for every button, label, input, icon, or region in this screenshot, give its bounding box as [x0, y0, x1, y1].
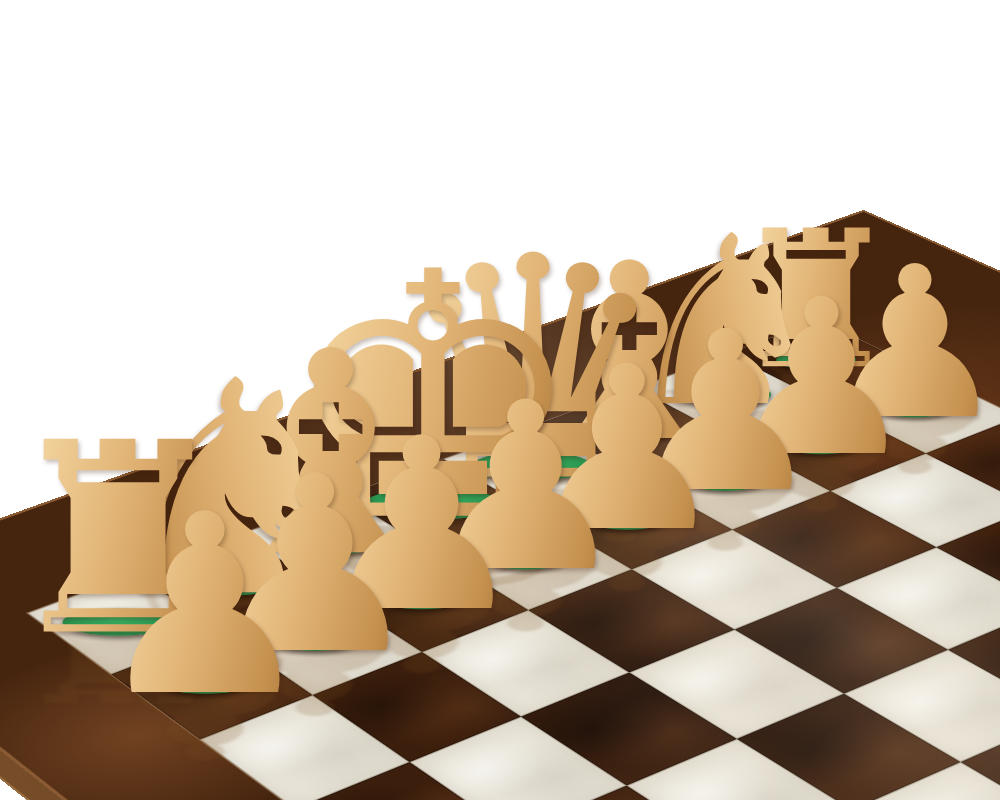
- board-squares-grid: [28, 320, 1000, 800]
- chess-board: [0, 210, 1000, 800]
- chess-set-photo: ♟♟♟♟♟♟♟♟♟♟♟♟♟♟♟♟♜♜♞♞♝♝♛♛♚♚♝♝♞♞♜♜: [0, 0, 1000, 800]
